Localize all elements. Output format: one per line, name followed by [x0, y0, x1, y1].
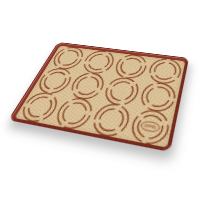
guide-circle: [22, 90, 56, 125]
guide-circle: [82, 48, 117, 78]
guide-circle: [102, 74, 143, 110]
mat-surface: GIPFEL: [15, 46, 186, 148]
guide-circle: [111, 52, 151, 82]
product-photo-canvas: GIPFEL: [0, 0, 200, 200]
guide-circle: [137, 80, 180, 116]
guide-circle: [148, 57, 183, 85]
guide-circle: [51, 93, 97, 134]
baking-mat: GIPFEL: [8, 42, 189, 152]
guide-circle: [91, 105, 130, 136]
guide-circle: [49, 46, 86, 70]
guide-circles-layer: GIPFEL: [15, 46, 186, 148]
guide-circle: [68, 72, 106, 99]
